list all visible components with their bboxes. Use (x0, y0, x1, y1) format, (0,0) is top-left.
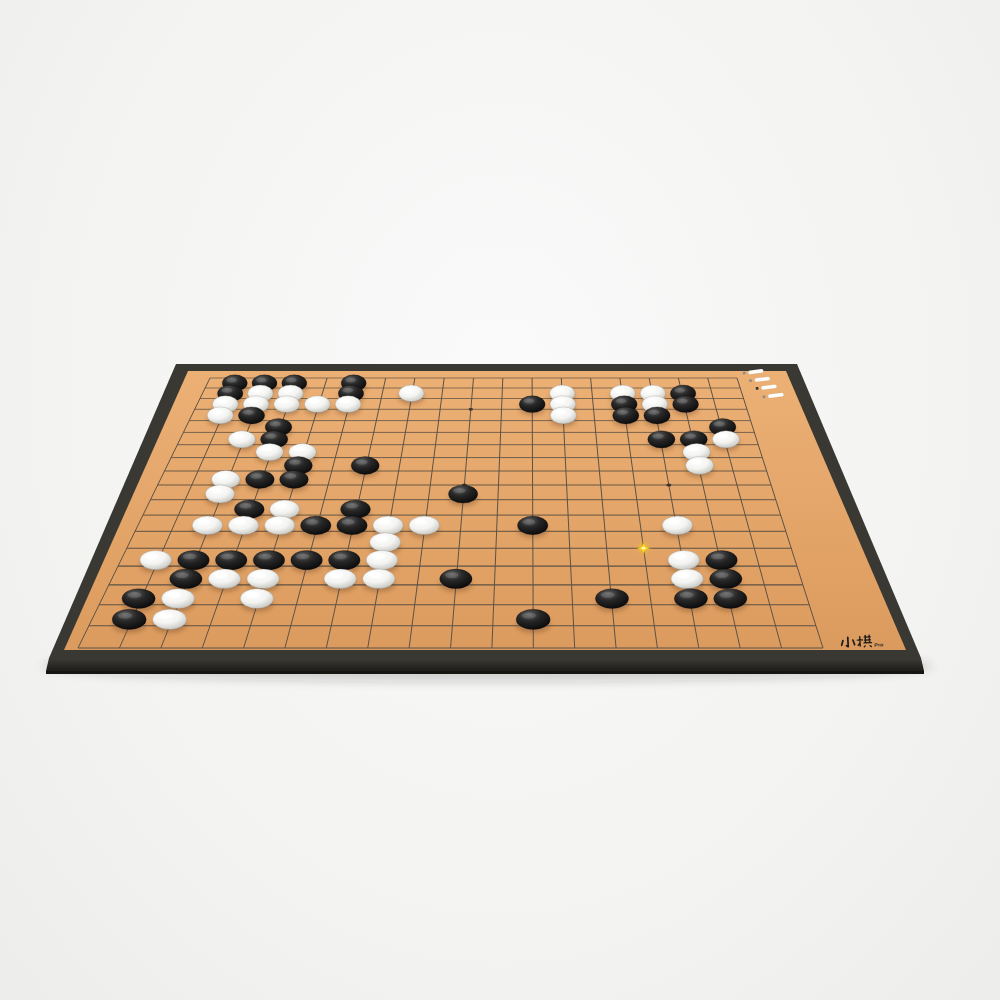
white-stone (247, 569, 279, 588)
white-stone (324, 569, 356, 588)
black-stone (341, 500, 371, 518)
black-stone (518, 516, 548, 535)
white-stone (550, 407, 576, 424)
black-stone (280, 470, 309, 488)
black-stone (714, 589, 747, 609)
black-stone (234, 500, 264, 518)
white-stone (399, 385, 424, 402)
black-stone (673, 396, 699, 413)
white-stone (662, 516, 692, 535)
black-stone (644, 407, 670, 424)
white-stone (207, 407, 233, 424)
black-stone (122, 589, 155, 609)
black-stone (291, 551, 323, 570)
white-stone (153, 609, 187, 629)
board-front-edge (46, 658, 924, 671)
black-stone (215, 551, 247, 570)
white-stone (228, 516, 258, 535)
white-stone (161, 589, 194, 609)
black-stone (337, 516, 367, 535)
black-stone (351, 457, 379, 475)
black-stone (595, 589, 628, 609)
white-stone (366, 551, 398, 570)
black-stone (253, 551, 285, 570)
white-stone (363, 569, 395, 588)
brand-suffix: Pro (874, 642, 883, 648)
white-stone (409, 516, 439, 535)
black-stone (246, 470, 275, 488)
white-stone (192, 516, 222, 535)
black-stone (112, 609, 146, 629)
black-stone (648, 431, 675, 448)
white-stone (205, 485, 234, 503)
black-stone (449, 485, 478, 503)
white-stone (305, 396, 331, 413)
white-stone (265, 516, 295, 535)
black-stone (238, 407, 264, 424)
black-stone (710, 569, 742, 588)
product-scene: Pro (0, 0, 1000, 1000)
black-stone (519, 396, 545, 413)
white-stone (335, 396, 361, 413)
black-stone (613, 407, 639, 424)
white-stone (208, 569, 240, 588)
go-board: Pro (0, 0, 1000, 1000)
black-stone (440, 569, 472, 588)
black-stone (178, 551, 210, 570)
white-stone (671, 569, 703, 588)
white-stone (256, 443, 284, 460)
white-stone (270, 500, 300, 518)
black-stone (516, 609, 550, 629)
white-stone (274, 396, 300, 413)
white-stone (140, 551, 172, 570)
white-stone (240, 589, 273, 609)
white-stone (668, 551, 700, 570)
white-stone (228, 431, 255, 448)
black-stone (170, 569, 202, 588)
white-stone (686, 457, 714, 475)
black-stone (706, 551, 738, 570)
board-bottom-lip (46, 671, 924, 674)
black-stone (301, 516, 331, 535)
black-stone (329, 551, 361, 570)
white-stone (373, 516, 403, 535)
white-stone (370, 533, 401, 552)
black-stone (674, 589, 707, 609)
white-stone (712, 431, 739, 448)
